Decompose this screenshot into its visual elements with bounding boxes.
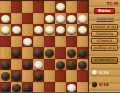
black-piece[interactable] bbox=[1, 61, 10, 69]
board-square[interactable] bbox=[11, 59, 22, 71]
board-square[interactable] bbox=[77, 24, 88, 36]
black-counter-value: 0/16 bbox=[99, 82, 109, 87]
game-select-button[interactable]: выбор игр bbox=[91, 45, 118, 51]
white-piece[interactable] bbox=[12, 26, 21, 34]
white-counter-value: 0/16 bbox=[99, 70, 109, 75]
cancel-button[interactable]: отменить bbox=[91, 57, 118, 64]
app-logo-text: ТС-М bbox=[107, 1, 118, 6]
board-square[interactable] bbox=[44, 13, 55, 25]
board-square[interactable] bbox=[55, 36, 66, 48]
black-piece[interactable] bbox=[34, 72, 43, 80]
black-piece[interactable] bbox=[1, 84, 10, 92]
board-square[interactable] bbox=[66, 59, 77, 71]
black-piece[interactable] bbox=[45, 49, 54, 57]
board-square[interactable] bbox=[66, 1, 77, 13]
white-piece[interactable] bbox=[67, 15, 76, 23]
board-square[interactable] bbox=[22, 59, 33, 71]
white-piece[interactable] bbox=[67, 26, 76, 34]
white-piece[interactable] bbox=[56, 3, 65, 11]
board-square[interactable] bbox=[55, 24, 66, 36]
board-square[interactable] bbox=[0, 82, 11, 93]
white-piece[interactable] bbox=[56, 15, 65, 23]
board-square[interactable] bbox=[0, 70, 11, 82]
board-square[interactable] bbox=[44, 59, 55, 71]
board-square[interactable] bbox=[44, 36, 55, 48]
white-piece-icon bbox=[92, 70, 97, 75]
board-square[interactable] bbox=[66, 36, 77, 48]
board-square[interactable] bbox=[11, 36, 22, 48]
board-square[interactable] bbox=[22, 24, 33, 36]
board-square[interactable] bbox=[11, 70, 22, 82]
white-piece[interactable] bbox=[78, 26, 87, 34]
rules-button[interactable]: правила bbox=[91, 31, 118, 37]
board-square[interactable] bbox=[0, 36, 11, 48]
white-piece[interactable] bbox=[45, 26, 54, 34]
black-piece[interactable] bbox=[23, 61, 32, 69]
board-square[interactable] bbox=[22, 36, 33, 48]
board-square[interactable] bbox=[0, 1, 11, 13]
black-piece[interactable] bbox=[12, 84, 21, 92]
board-square[interactable] bbox=[22, 70, 33, 82]
black-piece[interactable] bbox=[34, 49, 43, 57]
white-piece[interactable] bbox=[1, 26, 10, 34]
board-square[interactable] bbox=[77, 13, 88, 25]
board-square[interactable] bbox=[66, 13, 77, 25]
board-square[interactable] bbox=[0, 47, 11, 59]
board-square[interactable] bbox=[11, 24, 22, 36]
game-window: ТС-М Коны новичок новая игра правила отм… bbox=[0, 0, 120, 92]
board-square[interactable] bbox=[33, 13, 44, 25]
undo-move-button[interactable]: отмена bbox=[91, 38, 118, 44]
black-piece[interactable] bbox=[23, 84, 32, 92]
board-square[interactable] bbox=[0, 13, 11, 25]
black-piece[interactable] bbox=[78, 49, 87, 57]
board-square[interactable] bbox=[77, 1, 88, 13]
board-square[interactable] bbox=[0, 24, 11, 36]
white-piece[interactable] bbox=[34, 26, 43, 34]
board-square[interactable] bbox=[33, 82, 44, 93]
board-square[interactable] bbox=[11, 82, 22, 93]
board-square[interactable] bbox=[44, 24, 55, 36]
white-piece[interactable] bbox=[1, 15, 10, 23]
black-piece[interactable] bbox=[67, 61, 76, 69]
white-piece[interactable] bbox=[67, 84, 76, 92]
black-piece[interactable] bbox=[1, 72, 10, 80]
round-badge: Коны bbox=[94, 8, 115, 14]
board-square[interactable] bbox=[44, 82, 55, 93]
board-square[interactable] bbox=[55, 1, 66, 13]
board-square[interactable] bbox=[77, 59, 88, 71]
board-square[interactable] bbox=[77, 82, 88, 93]
board-square[interactable] bbox=[11, 13, 22, 25]
board-square[interactable] bbox=[55, 13, 66, 25]
board-square[interactable] bbox=[44, 70, 55, 82]
board-square[interactable] bbox=[66, 82, 77, 93]
black-pieces-counter: 0/16 bbox=[92, 80, 119, 89]
black-piece[interactable] bbox=[12, 72, 21, 80]
black-piece[interactable] bbox=[78, 61, 87, 69]
board-square[interactable] bbox=[33, 59, 44, 71]
white-piece[interactable] bbox=[23, 38, 32, 46]
board-square[interactable] bbox=[66, 24, 77, 36]
new-game-button[interactable]: новая игра bbox=[91, 24, 118, 30]
board-square[interactable] bbox=[11, 47, 22, 59]
board-square[interactable] bbox=[22, 47, 33, 59]
difficulty-level-link[interactable]: новичок bbox=[92, 16, 118, 22]
board-square[interactable] bbox=[0, 59, 11, 71]
board-square[interactable] bbox=[77, 70, 88, 82]
board-square[interactable] bbox=[55, 70, 66, 82]
board-square[interactable] bbox=[33, 47, 44, 59]
black-piece[interactable] bbox=[67, 49, 76, 57]
board-square[interactable] bbox=[22, 1, 33, 13]
board-square[interactable] bbox=[44, 47, 55, 59]
board-square[interactable] bbox=[33, 70, 44, 82]
board-square[interactable] bbox=[55, 59, 66, 71]
board-square[interactable] bbox=[44, 1, 55, 13]
board-square[interactable] bbox=[22, 13, 33, 25]
white-piece[interactable] bbox=[56, 26, 65, 34]
board-square[interactable] bbox=[33, 36, 44, 48]
white-piece[interactable] bbox=[45, 15, 54, 23]
board-square[interactable] bbox=[22, 82, 33, 93]
board-square[interactable] bbox=[55, 82, 66, 93]
white-pieces-counter: 0/16 bbox=[92, 68, 119, 77]
board-square[interactable] bbox=[55, 47, 66, 59]
board-square[interactable] bbox=[33, 24, 44, 36]
board-square[interactable] bbox=[11, 1, 22, 13]
white-piece[interactable] bbox=[34, 61, 43, 69]
board-square[interactable] bbox=[77, 36, 88, 48]
game-board[interactable] bbox=[0, 0, 88, 92]
black-piece[interactable] bbox=[56, 61, 65, 69]
black-piece[interactable] bbox=[12, 49, 21, 57]
sidebar: ТС-М Коны новичок новая игра правила отм… bbox=[88, 0, 120, 92]
board-square[interactable] bbox=[33, 1, 44, 13]
board-square[interactable] bbox=[66, 70, 77, 82]
board-square[interactable] bbox=[77, 47, 88, 59]
board-square[interactable] bbox=[66, 47, 77, 59]
black-piece-icon bbox=[92, 82, 97, 87]
white-piece[interactable] bbox=[78, 15, 87, 23]
